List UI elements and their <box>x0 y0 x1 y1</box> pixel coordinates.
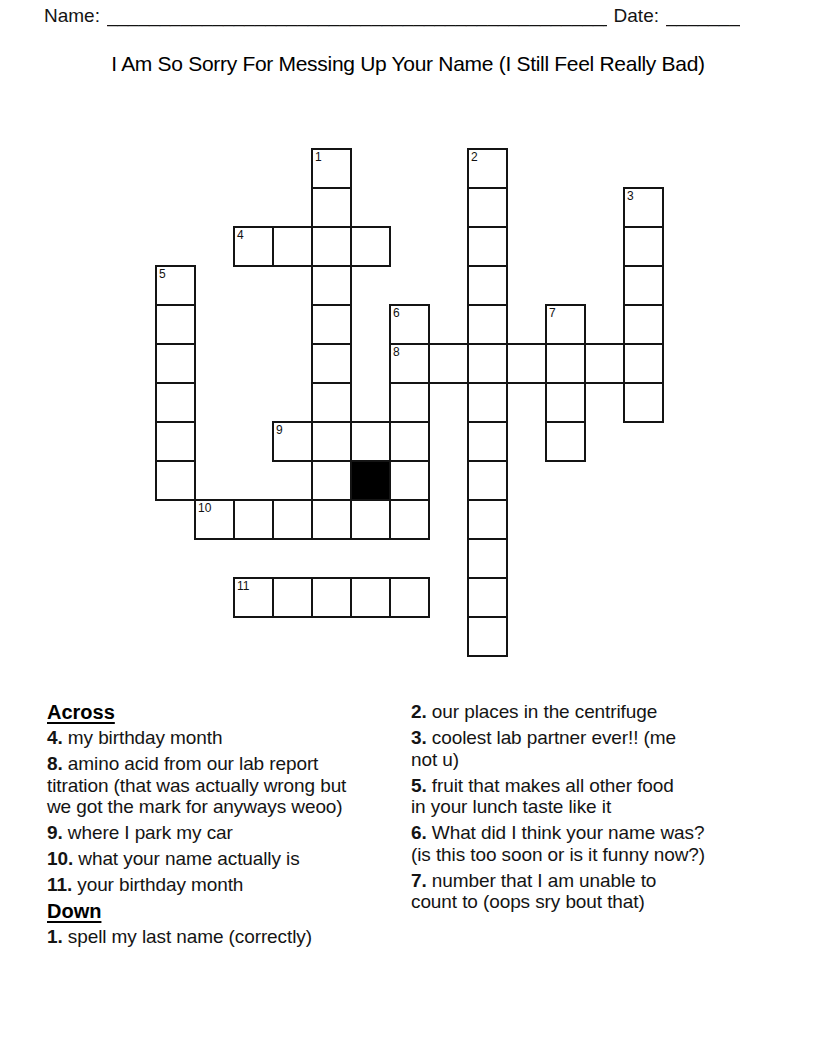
grid-cell-r11c4[interactable] <box>311 577 352 618</box>
clue-number-label: 5. <box>411 775 427 796</box>
clue-11: 11. your birthday month <box>47 874 419 896</box>
clue-number-label: 1. <box>47 926 63 947</box>
grid-cell-r12c8[interactable] <box>467 616 508 657</box>
crossword-grid: 1234567891011 <box>155 148 664 657</box>
name-label: Name: <box>44 4 100 28</box>
grid-cell-r4c0[interactable] <box>155 304 196 345</box>
grid-cell-r3c12[interactable] <box>623 265 664 306</box>
grid-cell-r6c12[interactable] <box>623 382 664 423</box>
clues-left-column: Across 4. my birthday month8. amino acid… <box>47 701 419 952</box>
clue-text: fruit that makes all other food in your … <box>411 775 674 818</box>
cell-number-10: 10 <box>198 501 211 515</box>
cell-number-2: 2 <box>471 150 478 164</box>
grid-cell-r5c12[interactable] <box>623 343 664 384</box>
clue-text: amino acid from our lab report titration… <box>47 753 346 817</box>
grid-cell-r0c8[interactable]: 2 <box>467 148 508 189</box>
grid-cell-r11c6[interactable] <box>389 577 430 618</box>
grid-cell-r9c1[interactable]: 10 <box>194 499 235 540</box>
clue-text: our places in the centrifuge <box>432 701 657 722</box>
clue-number-label: 7. <box>411 870 427 891</box>
grid-cell-r3c4[interactable] <box>311 265 352 306</box>
grid-cell-r2c2[interactable]: 4 <box>233 226 274 267</box>
grid-cell-r6c0[interactable] <box>155 382 196 423</box>
grid-cell-r2c3[interactable] <box>272 226 313 267</box>
grid-cell-r7c8[interactable] <box>467 421 508 462</box>
puzzle-title: I Am So Sorry For Messing Up Your Name (… <box>0 52 816 76</box>
grid-cell-r8c6[interactable] <box>389 460 430 501</box>
clue-number-label: 10. <box>47 848 73 869</box>
grid-cell-r9c3[interactable] <box>272 499 313 540</box>
black-cell <box>350 460 391 501</box>
grid-cell-r1c4[interactable] <box>311 187 352 228</box>
grid-cell-r11c3[interactable] <box>272 577 313 618</box>
grid-cell-r5c11[interactable] <box>584 343 625 384</box>
grid-cell-r2c8[interactable] <box>467 226 508 267</box>
grid-cell-r3c0[interactable]: 5 <box>155 265 196 306</box>
grid-cell-r11c5[interactable] <box>350 577 391 618</box>
grid-cell-r7c4[interactable] <box>311 421 352 462</box>
grid-cell-r5c9[interactable] <box>506 343 547 384</box>
grid-cell-r5c6[interactable]: 8 <box>389 343 430 384</box>
grid-cell-r9c4[interactable] <box>311 499 352 540</box>
grid-cell-r1c12[interactable]: 3 <box>623 187 664 228</box>
clue-3: 3. coolest lab partner ever!! (me not u) <box>411 727 773 770</box>
crossword-worksheet: Name: __________________________________… <box>0 0 816 1056</box>
cell-number-1: 1 <box>315 150 322 164</box>
clue-text: my birthday month <box>68 727 223 748</box>
grid-cell-r9c6[interactable] <box>389 499 430 540</box>
clues-right-column: 2. our places in the centrifuge3. cooles… <box>411 701 773 917</box>
clue-text: your birthday month <box>77 874 243 895</box>
across-clue-list: 4. my birthday month8. amino acid from o… <box>47 727 419 896</box>
cell-number-7: 7 <box>549 306 556 320</box>
grid-cell-r0c4[interactable]: 1 <box>311 148 352 189</box>
across-heading: Across <box>47 701 419 724</box>
clue-number-label: 6. <box>411 822 427 843</box>
grid-cell-r3c8[interactable] <box>467 265 508 306</box>
worksheet-header: Name: __________________________________… <box>44 4 740 28</box>
date-label: Date: <box>614 4 659 28</box>
cell-number-5: 5 <box>159 267 166 281</box>
grid-cell-r4c8[interactable] <box>467 304 508 345</box>
grid-cell-r11c2[interactable]: 11 <box>233 577 274 618</box>
grid-cell-r8c0[interactable] <box>155 460 196 501</box>
clue-number-label: 3. <box>411 727 427 748</box>
grid-cell-r6c10[interactable] <box>545 382 586 423</box>
grid-cell-r9c8[interactable] <box>467 499 508 540</box>
clue-number-label: 2. <box>411 701 427 722</box>
date-blank-line[interactable]: __________ <box>666 4 740 28</box>
grid-cell-r6c6[interactable] <box>389 382 430 423</box>
grid-cell-r9c5[interactable] <box>350 499 391 540</box>
grid-cell-r11c8[interactable] <box>467 577 508 618</box>
grid-cell-r8c4[interactable] <box>311 460 352 501</box>
clue-10: 10. what your name actually is <box>47 848 419 870</box>
clue-4: 4. my birthday month <box>47 727 419 749</box>
grid-cell-r8c8[interactable] <box>467 460 508 501</box>
cell-number-4: 4 <box>237 228 244 242</box>
grid-cell-r5c10[interactable] <box>545 343 586 384</box>
grid-cell-r4c6[interactable]: 6 <box>389 304 430 345</box>
grid-cell-r7c10[interactable] <box>545 421 586 462</box>
clue-5: 5. fruit that makes all other food in yo… <box>411 775 773 818</box>
grid-cell-r4c12[interactable] <box>623 304 664 345</box>
clue-text: coolest lab partner ever!! (me not u) <box>411 727 676 770</box>
clue-number-label: 11. <box>47 874 72 895</box>
down-heading: Down <box>47 900 419 923</box>
cell-number-8: 8 <box>393 345 400 359</box>
grid-cell-r2c5[interactable] <box>350 226 391 267</box>
clue-1: 1. spell my last name (correctly) <box>47 926 419 948</box>
clue-number-label: 4. <box>47 727 63 748</box>
grid-cell-r6c4[interactable] <box>311 382 352 423</box>
clue-text: spell my last name (correctly) <box>68 926 312 947</box>
cell-number-6: 6 <box>393 306 400 320</box>
grid-cell-r5c7[interactable] <box>428 343 469 384</box>
clue-8: 8. amino acid from our lab report titrat… <box>47 753 419 818</box>
clue-text: what your name actually is <box>78 848 299 869</box>
grid-cell-r9c2[interactable] <box>233 499 274 540</box>
name-blank-line[interactable]: ________________________________________… <box>107 4 607 28</box>
grid-cell-r4c10[interactable]: 7 <box>545 304 586 345</box>
clue-9: 9. where I park my car <box>47 822 419 844</box>
grid-cell-r10c8[interactable] <box>467 538 508 579</box>
clue-text: What did I think your name was? (is this… <box>411 822 705 865</box>
grid-cell-r7c3[interactable]: 9 <box>272 421 313 462</box>
down-clue-list-left: 1. spell my last name (correctly) <box>47 926 419 948</box>
clue-2: 2. our places in the centrifuge <box>411 701 773 723</box>
grid-cell-r6c8[interactable] <box>467 382 508 423</box>
clue-6: 6. What did I think your name was? (is t… <box>411 822 773 865</box>
cell-number-3: 3 <box>627 189 634 203</box>
grid-cell-r7c6[interactable] <box>389 421 430 462</box>
grid-cell-r7c5[interactable] <box>350 421 391 462</box>
grid-cell-r7c0[interactable] <box>155 421 196 462</box>
clue-number-label: 9. <box>47 822 63 843</box>
grid-cell-r4c4[interactable] <box>311 304 352 345</box>
cell-number-11: 11 <box>237 579 249 593</box>
clue-number-label: 8. <box>47 753 63 774</box>
clue-text: where I park my car <box>68 822 233 843</box>
clue-7: 7. number that I am unable to count to (… <box>411 870 773 913</box>
grid-cell-r5c4[interactable] <box>311 343 352 384</box>
grid-cell-r5c8[interactable] <box>467 343 508 384</box>
grid-cell-r5c0[interactable] <box>155 343 196 384</box>
grid-cell-r2c12[interactable] <box>623 226 664 267</box>
clue-text: number that I am unable to count to (oop… <box>411 870 656 913</box>
grid-cell-r1c8[interactable] <box>467 187 508 228</box>
cell-number-9: 9 <box>276 423 283 437</box>
grid-cell-r2c4[interactable] <box>311 226 352 267</box>
